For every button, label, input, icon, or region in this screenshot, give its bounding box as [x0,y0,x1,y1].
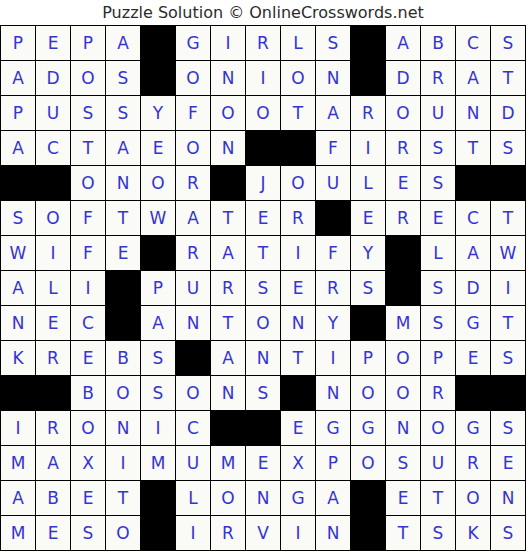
cell-r14c7: O [211,481,245,515]
cell-r3c4: S [106,96,140,130]
cell-r12c2: R [36,411,70,445]
cell-r3c11: R [351,96,385,130]
cell-r13c8: E [246,446,280,480]
cell-r4c11: I [351,131,385,165]
cell-r12c9: E [281,411,315,445]
cell-r4c12: R [386,131,420,165]
cell-r14c5-black [141,481,175,515]
cell-r8c15: I [491,271,525,305]
cell-r11c14-black [456,376,490,410]
cell-r13c7: M [211,446,245,480]
cell-r4c2: C [36,131,70,165]
cell-r5c13: S [421,166,455,200]
cell-r5c4: N [106,166,140,200]
cell-r10c2: R [36,341,70,375]
cell-r1c9: L [281,26,315,60]
cell-r7c8: T [246,236,280,270]
cell-r7c4: E [106,236,140,270]
cell-r10c13: P [421,341,455,375]
cell-r15c5-black [141,516,175,550]
page-title: Puzzle Solution © OnlineCrosswords.net [102,3,424,22]
cell-r15c8: V [246,516,280,550]
cell-r7c7: A [211,236,245,270]
cell-r6c15: T [491,201,525,235]
cell-r5c9: O [281,166,315,200]
cell-r5c1-black [1,166,35,200]
cell-r5c14-black [456,166,490,200]
cell-r13c12: S [386,446,420,480]
cell-r10c14: E [456,341,490,375]
cell-r14c1: A [1,481,35,515]
cell-r2c15: T [491,61,525,95]
cell-r11c8: S [246,376,280,410]
cell-r3c5: Y [141,96,175,130]
cell-r3c8: O [246,96,280,130]
cell-r10c11: P [351,341,385,375]
cell-r9c8: O [246,306,280,340]
cell-r14c10: A [316,481,350,515]
cell-r7c5-black [141,236,175,270]
cell-r7c15: W [491,236,525,270]
cell-r8c8: S [246,271,280,305]
cell-r9c12: M [386,306,420,340]
cell-r5c10: U [316,166,350,200]
cell-r15c11-black [351,516,385,550]
cell-r8c1: A [1,271,35,305]
cell-r4c4: A [106,131,140,165]
cell-r14c2: B [36,481,70,515]
cell-r12c13: O [421,411,455,445]
cell-r2c9: O [281,61,315,95]
cell-r15c4: O [106,516,140,550]
cell-r5c6: R [176,166,210,200]
cell-r11c2-black [36,376,70,410]
cell-r15c2: E [36,516,70,550]
cell-r6c13: E [421,201,455,235]
cell-r12c1: I [1,411,35,445]
cell-r9c2: E [36,306,70,340]
cell-r2c13: R [421,61,455,95]
cell-r9c5: A [141,306,175,340]
cell-r11c1-black [1,376,35,410]
cell-r11c7: N [211,376,245,410]
cell-r9c4-black [106,306,140,340]
cell-r8c5: P [141,271,175,305]
cell-r1c4: A [106,26,140,60]
cell-r2c2: D [36,61,70,95]
cell-r6c14: C [456,201,490,235]
cell-r7c1: W [1,236,35,270]
cell-r14c13: T [421,481,455,515]
cell-r10c12: O [386,341,420,375]
cell-r9c10: Y [316,306,350,340]
cell-r2c10: N [316,61,350,95]
cell-r8c7: R [211,271,245,305]
cell-r7c9: I [281,236,315,270]
cell-r12c3: O [71,411,105,445]
cell-r5c8: J [246,166,280,200]
cell-r6c5: W [141,201,175,235]
crossword-grid: PEPAGIRLSABCSADOSONIONDRATPUSSYFOOTAROUN… [0,25,526,551]
cell-r10c5: S [141,341,175,375]
cell-r3c14: N [456,96,490,130]
cell-r15c10: N [316,516,350,550]
cell-r8c13: S [421,271,455,305]
cell-r3c13: U [421,96,455,130]
cell-r2c5-black [141,61,175,95]
cell-r4c9-black [281,131,315,165]
cell-r6c4: T [106,201,140,235]
cell-r10c15: S [491,341,525,375]
cell-r12c6: C [176,411,210,445]
cell-r12c8-black [246,411,280,445]
cell-r15c1: M [1,516,35,550]
cell-r1c3: P [71,26,105,60]
cell-r7c14: A [456,236,490,270]
cell-r5c2-black [36,166,70,200]
cell-r12c11: G [351,411,385,445]
cell-r7c3: F [71,236,105,270]
cell-r12c10: G [316,411,350,445]
cell-r9c9: N [281,306,315,340]
cell-r15c14: K [456,516,490,550]
cell-r11c13: R [421,376,455,410]
title-bar: Puzzle Solution © OnlineCrosswords.net [0,0,526,25]
cell-r7c2: I [36,236,70,270]
cell-r2c8: I [246,61,280,95]
cell-r2c1: A [1,61,35,95]
cell-r6c3: F [71,201,105,235]
cell-r8c14: D [456,271,490,305]
cell-r3c10: A [316,96,350,130]
cell-r15c7: R [211,516,245,550]
cell-r5c12: E [386,166,420,200]
cell-r15c9: I [281,516,315,550]
cell-r4c5: E [141,131,175,165]
cell-r12c15: S [491,411,525,445]
cell-r6c8: E [246,201,280,235]
cell-r3c7: O [211,96,245,130]
cell-r6c12: R [386,201,420,235]
cell-r11c5: S [141,376,175,410]
cell-r3c15: D [491,96,525,130]
cell-r13c15: E [491,446,525,480]
cell-r1c6: G [176,26,210,60]
cell-r1c14: C [456,26,490,60]
cell-r10c9: T [281,341,315,375]
cell-r3c12: O [386,96,420,130]
cell-r4c14: T [456,131,490,165]
cell-r2c4: S [106,61,140,95]
cell-r10c7: A [211,341,245,375]
cell-r6c11: E [351,201,385,235]
cell-r9c11-black [351,306,385,340]
cell-r14c15: N [491,481,525,515]
cell-r4c10: F [316,131,350,165]
cell-r1c1: P [1,26,35,60]
cell-r13c9: X [281,446,315,480]
cell-r12c5: I [141,411,175,445]
cell-r10c3: E [71,341,105,375]
cell-r4c1: A [1,131,35,165]
cell-r11c12: O [386,376,420,410]
cell-r6c6: A [176,201,210,235]
cell-r9c1: N [1,306,35,340]
cell-r14c12: E [386,481,420,515]
cell-r5c15-black [491,166,525,200]
cell-r2c3: O [71,61,105,95]
cell-r4c6: O [176,131,210,165]
cell-r14c11-black [351,481,385,515]
cell-r13c2: A [36,446,70,480]
cell-r2c7: N [211,61,245,95]
cell-r9c3: C [71,306,105,340]
cell-r11c4: O [106,376,140,410]
cell-r4c7: N [211,131,245,165]
cell-r10c10: I [316,341,350,375]
cell-r8c9: E [281,271,315,305]
cell-r13c4: I [106,446,140,480]
cell-r4c8-black [246,131,280,165]
cell-r6c9: R [281,201,315,235]
cell-r1c2: E [36,26,70,60]
cell-r5c11: L [351,166,385,200]
cell-r1c10: S [316,26,350,60]
cell-r4c13: S [421,131,455,165]
cell-r13c11: O [351,446,385,480]
cell-r2c14: A [456,61,490,95]
cell-r13c3: X [71,446,105,480]
cell-r3c1: P [1,96,35,130]
cell-r14c6: L [176,481,210,515]
cell-r12c4: N [106,411,140,445]
cell-r1c8: R [246,26,280,60]
cell-r13c5: M [141,446,175,480]
cell-r4c15: S [491,131,525,165]
cell-r11c3: B [71,376,105,410]
cell-r15c12: T [386,516,420,550]
cell-r3c6: F [176,96,210,130]
cell-r2c11-black [351,61,385,95]
cell-r1c7: I [211,26,245,60]
cell-r7c6: R [176,236,210,270]
cell-r11c6: O [176,376,210,410]
cell-r3c2: U [36,96,70,130]
cell-r9c7: T [211,306,245,340]
cell-r3c3: S [71,96,105,130]
cell-r7c11: Y [351,236,385,270]
cell-r10c4: B [106,341,140,375]
cell-r14c14: O [456,481,490,515]
cell-r8c4-black [106,271,140,305]
cell-r12c7-black [211,411,245,445]
cell-r15c13: S [421,516,455,550]
cell-r15c3: S [71,516,105,550]
cell-r6c10-black [316,201,350,235]
cell-r14c8: N [246,481,280,515]
cell-r9c6: N [176,306,210,340]
cell-r12c14: G [456,411,490,445]
cell-r5c7-black [211,166,245,200]
cell-r14c3: E [71,481,105,515]
cell-r1c12: A [386,26,420,60]
cell-r4c3: T [71,131,105,165]
cell-r5c3: O [71,166,105,200]
cell-r10c1: K [1,341,35,375]
cell-r1c11-black [351,26,385,60]
cell-r13c1: M [1,446,35,480]
cell-r6c7: T [211,201,245,235]
cell-r6c1: S [1,201,35,235]
cell-r8c2: L [36,271,70,305]
cell-r10c6-black [176,341,210,375]
cell-r1c5-black [141,26,175,60]
cell-r8c11: S [351,271,385,305]
cell-r7c13: L [421,236,455,270]
cell-r5c5: O [141,166,175,200]
cell-r11c9-black [281,376,315,410]
cell-r15c6: I [176,516,210,550]
cell-r9c15: T [491,306,525,340]
cell-r1c15: S [491,26,525,60]
cell-r14c4: T [106,481,140,515]
cell-r10c8: N [246,341,280,375]
cell-r13c6: U [176,446,210,480]
cell-r8c12-black [386,271,420,305]
cell-r1c13: B [421,26,455,60]
cell-r13c13: U [421,446,455,480]
cell-r13c14: R [456,446,490,480]
cell-r8c10: R [316,271,350,305]
cell-r7c10: F [316,236,350,270]
cell-r14c9: G [281,481,315,515]
cell-r13c10: P [316,446,350,480]
cell-r7c12-black [386,236,420,270]
cell-r11c10: N [316,376,350,410]
cell-r8c3: I [71,271,105,305]
cell-r2c6: O [176,61,210,95]
cell-r11c11: O [351,376,385,410]
cell-r12c12: N [386,411,420,445]
cell-r11c15-black [491,376,525,410]
cell-r2c12: D [386,61,420,95]
cell-r9c13: S [421,306,455,340]
cell-r15c15: S [491,516,525,550]
puzzle-solution-page: Puzzle Solution © OnlineCrosswords.net P… [0,0,526,551]
cell-r8c6: U [176,271,210,305]
cell-r6c2: O [36,201,70,235]
cell-r3c9: T [281,96,315,130]
cell-r9c14: G [456,306,490,340]
